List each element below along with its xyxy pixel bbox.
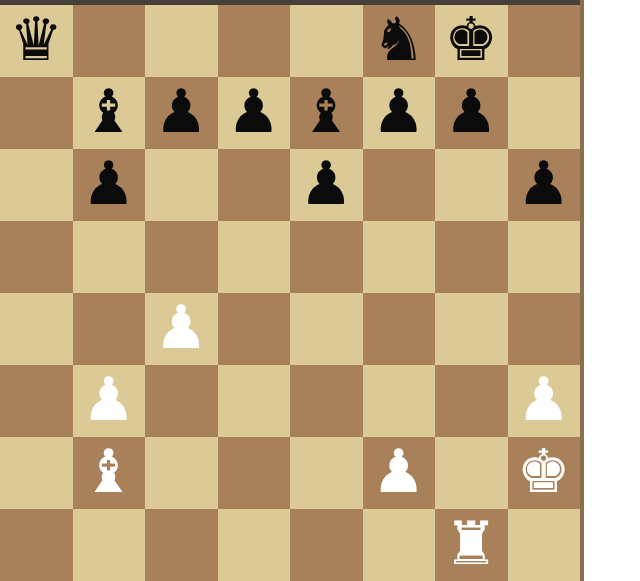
white-bishop[interactable]: ♝: [82, 441, 136, 501]
square-h7[interactable]: [508, 77, 581, 149]
black-pawn[interactable]: ♟: [227, 81, 281, 141]
square-c3[interactable]: [145, 365, 218, 437]
square-h4[interactable]: [508, 293, 581, 365]
square-c6[interactable]: [145, 149, 218, 221]
black-pawn[interactable]: ♟: [82, 153, 136, 213]
square-h6[interactable]: ♟: [508, 149, 581, 221]
square-f8[interactable]: ♞: [363, 5, 436, 77]
square-b3[interactable]: ♟: [73, 365, 146, 437]
square-c2[interactable]: [145, 437, 218, 509]
square-e6[interactable]: ♟: [290, 149, 363, 221]
square-g4[interactable]: [435, 293, 508, 365]
square-c4[interactable]: ♟: [145, 293, 218, 365]
square-f5[interactable]: [363, 221, 436, 293]
square-e3[interactable]: [290, 365, 363, 437]
square-b1[interactable]: [73, 509, 146, 581]
page-background: ♛♞♚♝♟♟♝♟♟♟♟♟♟♟♟♝♟♚♜: [0, 0, 640, 581]
square-g5[interactable]: [435, 221, 508, 293]
square-f6[interactable]: [363, 149, 436, 221]
square-a6[interactable]: [0, 149, 73, 221]
square-d1[interactable]: [218, 509, 291, 581]
black-bishop[interactable]: ♝: [82, 81, 136, 141]
square-g3[interactable]: [435, 365, 508, 437]
square-g7[interactable]: ♟: [435, 77, 508, 149]
white-king[interactable]: ♚: [517, 441, 571, 501]
white-pawn[interactable]: ♟: [372, 441, 426, 501]
square-h1[interactable]: [508, 509, 581, 581]
square-e2[interactable]: [290, 437, 363, 509]
square-f7[interactable]: ♟: [363, 77, 436, 149]
square-b5[interactable]: [73, 221, 146, 293]
square-g2[interactable]: [435, 437, 508, 509]
square-a7[interactable]: [0, 77, 73, 149]
white-pawn[interactable]: ♟: [82, 369, 136, 429]
black-bishop[interactable]: ♝: [299, 81, 353, 141]
black-pawn[interactable]: ♟: [444, 81, 498, 141]
square-e4[interactable]: [290, 293, 363, 365]
square-h8[interactable]: [508, 5, 581, 77]
square-a4[interactable]: [0, 293, 73, 365]
black-king[interactable]: ♚: [444, 9, 498, 69]
square-c1[interactable]: [145, 509, 218, 581]
square-g8[interactable]: ♚: [435, 5, 508, 77]
square-h3[interactable]: ♟: [508, 365, 581, 437]
square-e5[interactable]: [290, 221, 363, 293]
square-e8[interactable]: [290, 5, 363, 77]
square-d7[interactable]: ♟: [218, 77, 291, 149]
white-pawn[interactable]: ♟: [154, 297, 208, 357]
square-b7[interactable]: ♝: [73, 77, 146, 149]
black-pawn[interactable]: ♟: [299, 153, 353, 213]
square-c8[interactable]: [145, 5, 218, 77]
square-f3[interactable]: [363, 365, 436, 437]
white-pawn[interactable]: ♟: [517, 369, 571, 429]
square-e7[interactable]: ♝: [290, 77, 363, 149]
square-c5[interactable]: [145, 221, 218, 293]
square-d2[interactable]: [218, 437, 291, 509]
square-f2[interactable]: ♟: [363, 437, 436, 509]
square-d8[interactable]: [218, 5, 291, 77]
black-knight[interactable]: ♞: [372, 9, 426, 69]
square-b8[interactable]: [73, 5, 146, 77]
white-rook[interactable]: ♜: [444, 513, 498, 573]
black-pawn[interactable]: ♟: [372, 81, 426, 141]
square-g6[interactable]: [435, 149, 508, 221]
board-grid: ♛♞♚♝♟♟♝♟♟♟♟♟♟♟♟♝♟♚♜: [0, 5, 580, 581]
square-g1[interactable]: ♜: [435, 509, 508, 581]
square-d3[interactable]: [218, 365, 291, 437]
square-h5[interactable]: [508, 221, 581, 293]
square-f4[interactable]: [363, 293, 436, 365]
square-h2[interactable]: ♚: [508, 437, 581, 509]
square-a2[interactable]: [0, 437, 73, 509]
square-a8[interactable]: ♛: [0, 5, 73, 77]
chess-board: ♛♞♚♝♟♟♝♟♟♟♟♟♟♟♟♝♟♚♜: [0, 0, 584, 581]
square-e1[interactable]: [290, 509, 363, 581]
square-d5[interactable]: [218, 221, 291, 293]
square-b4[interactable]: [73, 293, 146, 365]
square-a5[interactable]: [0, 221, 73, 293]
square-b6[interactable]: ♟: [73, 149, 146, 221]
square-a1[interactable]: [0, 509, 73, 581]
black-pawn[interactable]: ♟: [517, 153, 571, 213]
square-f1[interactable]: [363, 509, 436, 581]
square-d4[interactable]: [218, 293, 291, 365]
square-b2[interactable]: ♝: [73, 437, 146, 509]
black-pawn[interactable]: ♟: [154, 81, 208, 141]
square-d6[interactable]: [218, 149, 291, 221]
square-a3[interactable]: [0, 365, 73, 437]
square-c7[interactable]: ♟: [145, 77, 218, 149]
black-queen[interactable]: ♛: [9, 9, 63, 69]
